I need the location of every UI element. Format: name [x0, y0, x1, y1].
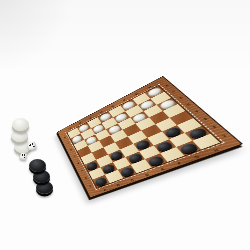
- spare-white-checker: [12, 118, 29, 131]
- spare-black-checkers-stack: [29, 159, 55, 199]
- checkers-board: ABCDEFGH ABCDEFGH 87654321 87654321: [57, 76, 243, 198]
- die-icon: [27, 141, 37, 151]
- product-photo-checkers-set: ABCDEFGH ABCDEFGH 87654321 87654321: [0, 0, 250, 250]
- spare-black-checker: [36, 181, 53, 194]
- die-icon: [19, 152, 27, 160]
- spare-black-checker: [29, 159, 46, 172]
